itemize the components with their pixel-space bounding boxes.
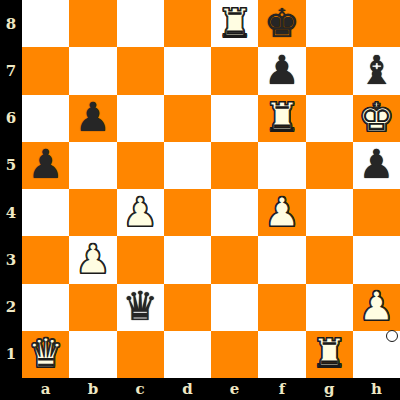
white-rook-piece[interactable]: ♜ — [217, 3, 253, 43]
square-a2[interactable] — [22, 284, 69, 331]
square-b4[interactable] — [69, 189, 116, 236]
square-f3[interactable] — [258, 236, 305, 283]
square-h3[interactable] — [353, 236, 400, 283]
file-label: c — [117, 378, 164, 400]
white-pawn-piece[interactable]: ♟ — [122, 192, 158, 232]
side-to-move-indicator — [386, 330, 398, 342]
black-bishop-piece[interactable]: ♝ — [358, 50, 394, 90]
rank-label: 3 — [0, 236, 22, 283]
square-h5[interactable]: ♟ — [353, 142, 400, 189]
square-c5[interactable] — [117, 142, 164, 189]
rank-label: 4 — [0, 189, 22, 236]
file-label: h — [353, 378, 400, 400]
square-a5[interactable]: ♟ — [22, 142, 69, 189]
square-g2[interactable] — [306, 284, 353, 331]
square-b8[interactable] — [69, 0, 116, 47]
white-pawn-piece[interactable]: ♟ — [75, 239, 111, 279]
square-f4[interactable]: ♟ — [258, 189, 305, 236]
square-h7[interactable]: ♝ — [353, 47, 400, 94]
square-e7[interactable] — [211, 47, 258, 94]
file-label: b — [69, 378, 116, 400]
square-e8[interactable]: ♜ — [211, 0, 258, 47]
square-h8[interactable] — [353, 0, 400, 47]
square-e5[interactable] — [211, 142, 258, 189]
file-label: g — [306, 378, 353, 400]
rank-label: 1 — [0, 331, 22, 378]
rank-label: 5 — [0, 142, 22, 189]
white-king-piece[interactable]: ♚ — [358, 97, 394, 137]
square-b7[interactable] — [69, 47, 116, 94]
file-labels: abcdefgh — [22, 378, 400, 400]
square-g3[interactable] — [306, 236, 353, 283]
square-g6[interactable] — [306, 95, 353, 142]
white-rook-piece[interactable]: ♜ — [264, 97, 300, 137]
square-g1[interactable]: ♜ — [306, 331, 353, 378]
square-g5[interactable] — [306, 142, 353, 189]
file-label: e — [211, 378, 258, 400]
square-b6[interactable]: ♟ — [69, 95, 116, 142]
rank-label: 6 — [0, 95, 22, 142]
black-king-piece[interactable]: ♚ — [264, 3, 300, 43]
square-c2[interactable]: ♛ — [117, 284, 164, 331]
rank-labels: 87654321 — [0, 0, 22, 378]
square-c3[interactable] — [117, 236, 164, 283]
square-c4[interactable]: ♟ — [117, 189, 164, 236]
square-d3[interactable] — [164, 236, 211, 283]
square-e1[interactable] — [211, 331, 258, 378]
rank-label: 8 — [0, 0, 22, 47]
square-h4[interactable] — [353, 189, 400, 236]
square-c7[interactable] — [117, 47, 164, 94]
square-a3[interactable] — [22, 236, 69, 283]
square-f7[interactable]: ♟ — [258, 47, 305, 94]
square-f1[interactable] — [258, 331, 305, 378]
square-a7[interactable] — [22, 47, 69, 94]
square-a1[interactable]: ♛ — [22, 331, 69, 378]
square-b1[interactable] — [69, 331, 116, 378]
square-a4[interactable] — [22, 189, 69, 236]
square-c8[interactable] — [117, 0, 164, 47]
square-f2[interactable] — [258, 284, 305, 331]
square-h2[interactable]: ♟ — [353, 284, 400, 331]
square-b2[interactable] — [69, 284, 116, 331]
white-rook-piece[interactable]: ♜ — [311, 333, 347, 373]
square-g7[interactable] — [306, 47, 353, 94]
square-d4[interactable] — [164, 189, 211, 236]
square-d1[interactable] — [164, 331, 211, 378]
square-d8[interactable] — [164, 0, 211, 47]
square-d6[interactable] — [164, 95, 211, 142]
square-g4[interactable] — [306, 189, 353, 236]
file-label: f — [258, 378, 305, 400]
rank-label: 7 — [0, 47, 22, 94]
black-queen-piece[interactable]: ♛ — [122, 286, 158, 326]
square-e4[interactable] — [211, 189, 258, 236]
file-label: a — [22, 378, 69, 400]
square-a8[interactable] — [22, 0, 69, 47]
square-e2[interactable] — [211, 284, 258, 331]
square-e6[interactable] — [211, 95, 258, 142]
square-d2[interactable] — [164, 284, 211, 331]
square-a6[interactable] — [22, 95, 69, 142]
square-d7[interactable] — [164, 47, 211, 94]
square-d5[interactable] — [164, 142, 211, 189]
white-pawn-piece[interactable]: ♟ — [358, 286, 394, 326]
black-pawn-piece[interactable]: ♟ — [358, 144, 394, 184]
square-b5[interactable] — [69, 142, 116, 189]
black-pawn-piece[interactable]: ♟ — [28, 144, 64, 184]
black-pawn-piece[interactable]: ♟ — [75, 97, 111, 137]
white-queen-piece[interactable]: ♛ — [28, 333, 64, 373]
square-f5[interactable] — [258, 142, 305, 189]
square-c1[interactable] — [117, 331, 164, 378]
square-f8[interactable]: ♚ — [258, 0, 305, 47]
black-pawn-piece[interactable]: ♟ — [264, 50, 300, 90]
chess-board: ♜♚♟♝♟♜♚♟♟♟♟♟♛♟♛♜ — [22, 0, 400, 378]
file-label: d — [164, 378, 211, 400]
rank-label: 2 — [0, 284, 22, 331]
square-e3[interactable] — [211, 236, 258, 283]
white-pawn-piece[interactable]: ♟ — [264, 192, 300, 232]
square-f6[interactable]: ♜ — [258, 95, 305, 142]
square-h6[interactable]: ♚ — [353, 95, 400, 142]
square-c6[interactable] — [117, 95, 164, 142]
chess-puzzle-diagram: 87654321 ♜♚♟♝♟♜♚♟♟♟♟♟♛♟♛♜ abcdefgh — [0, 0, 400, 400]
square-b3[interactable]: ♟ — [69, 236, 116, 283]
square-g8[interactable] — [306, 0, 353, 47]
